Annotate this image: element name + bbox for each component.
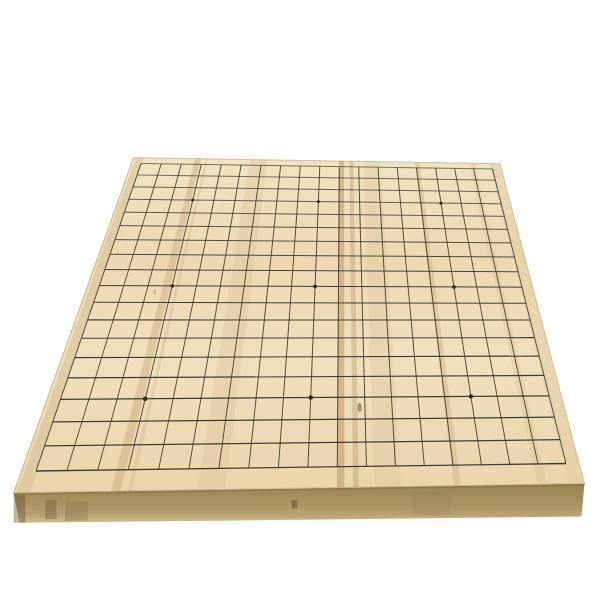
star-point <box>313 284 317 288</box>
star-point <box>308 395 312 399</box>
go-board <box>0 0 600 600</box>
grid-line-horizontal <box>81 338 534 339</box>
star-point <box>143 397 147 401</box>
star-point <box>439 201 442 204</box>
star-point <box>191 198 194 201</box>
front-grain-mark <box>413 491 450 516</box>
front-grain-mark <box>14 495 26 523</box>
star-point <box>170 284 174 288</box>
wood-knot <box>154 289 156 295</box>
product-photo <box>0 0 600 600</box>
star-point <box>469 394 473 398</box>
star-point <box>317 200 320 203</box>
front-grain-mark <box>292 500 298 508</box>
front-grain-mark <box>65 502 88 521</box>
wood-knot <box>357 403 361 412</box>
front-grain-mark <box>45 500 56 519</box>
star-point <box>452 285 456 289</box>
